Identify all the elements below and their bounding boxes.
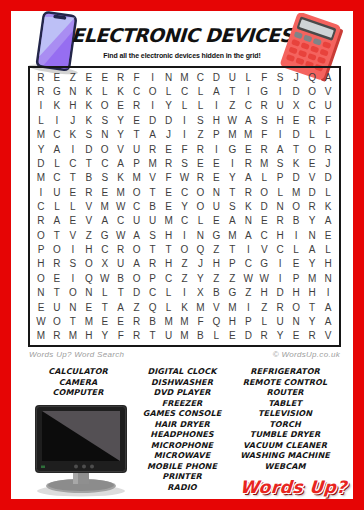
grid-cell: T <box>145 242 161 256</box>
grid-cell: E <box>97 314 113 328</box>
grid-cell: V <box>304 171 320 185</box>
grid-cell: O <box>33 228 49 242</box>
grid-cell: O <box>97 142 113 156</box>
grid-cell: R <box>161 156 177 170</box>
grid-cell: N <box>65 300 81 314</box>
grid-cell: O <box>65 286 81 300</box>
grid-cell: H <box>208 113 224 127</box>
grid-cell: J <box>192 257 208 271</box>
grid-cell: J <box>320 156 336 170</box>
grid-cell: H <box>208 257 224 271</box>
grid-cell: U <box>224 70 240 84</box>
grid-cell: L <box>192 214 208 228</box>
grid-cell: O <box>129 271 145 285</box>
grid-cell: W <box>113 228 129 242</box>
grid-cell: I <box>224 156 240 170</box>
grid-cell: K <box>65 127 81 141</box>
grid-cell: O <box>304 142 320 156</box>
grid-cell: E <box>208 214 224 228</box>
grid-cell: T <box>81 156 97 170</box>
grid-cell: F <box>129 70 145 84</box>
grid-cell: C <box>33 199 49 213</box>
grid-cell: E <box>288 113 304 127</box>
grid-cell: M <box>33 329 49 343</box>
grid-cell: R <box>129 99 145 113</box>
grid-cell: Y <box>113 127 129 141</box>
grid-cell: S <box>256 113 272 127</box>
grid-cell: I <box>272 127 288 141</box>
grid-cell: I <box>145 70 161 84</box>
grid-cell: C <box>177 214 193 228</box>
grid-cell: J <box>161 127 177 141</box>
grid-cell: T <box>224 185 240 199</box>
grid-cell: G <box>256 84 272 98</box>
grid-cell: P <box>145 271 161 285</box>
grid-cell: C <box>49 171 65 185</box>
word-list-item: WASHING MACHINE <box>220 451 350 462</box>
grid-cell: Z <box>177 257 193 271</box>
grid-cell: B <box>288 214 304 228</box>
grid-cell: D <box>81 142 97 156</box>
word-list-item: TELEVISION <box>220 409 350 420</box>
grid-cell: E <box>113 314 129 328</box>
grid-cell: X <box>288 99 304 113</box>
word-list-item: VACUUM CLEANER <box>220 441 350 452</box>
grid-cell: Z <box>208 271 224 285</box>
word-list-item: TORCH <box>220 420 350 431</box>
grid-cell: T <box>97 300 113 314</box>
grid-cell: K <box>288 156 304 170</box>
grid-cell: B <box>113 271 129 285</box>
grid-cell: I <box>33 185 49 199</box>
grid-cell: G <box>49 84 65 98</box>
grid-cell: W <box>113 199 129 213</box>
grid-cell: S <box>272 156 288 170</box>
grid-cell: E <box>49 70 65 84</box>
grid-cell: U <box>129 214 145 228</box>
word-grid: REZEERFINMCDULFSJQARGNKLKCOLCLATIGIDOVIK… <box>28 66 341 347</box>
grid-cell: W <box>33 314 49 328</box>
grid-cell: E <box>288 257 304 271</box>
grid-cell: L <box>320 242 336 256</box>
grid-cell: H <box>272 228 288 242</box>
grid-cell: L <box>320 185 336 199</box>
grid-cell: A <box>224 214 240 228</box>
grid-cell: Y <box>161 99 177 113</box>
grid-cell: K <box>49 99 65 113</box>
grid-cell: J <box>288 70 304 84</box>
grid-cell: I <box>272 84 288 98</box>
grid-cell: O <box>129 185 145 199</box>
grid-cell: H <box>81 242 97 256</box>
grid-cell: N <box>97 127 113 141</box>
grid-cell: H <box>256 286 272 300</box>
grid-cell: C <box>113 214 129 228</box>
grid-cell: N <box>65 84 81 98</box>
grid-cell: D <box>304 185 320 199</box>
grid-cell: Z <box>224 271 240 285</box>
grid-cell: R <box>256 142 272 156</box>
grid-cell: A <box>97 214 113 228</box>
grid-cell: C <box>49 127 65 141</box>
grid-cell: E <box>161 185 177 199</box>
grid-cell: C <box>97 156 113 170</box>
grid-cell: I <box>240 300 256 314</box>
grid-cell: O <box>288 199 304 213</box>
grid-cell: L <box>161 286 177 300</box>
grid-cell: S <box>97 113 113 127</box>
grid-cell: S <box>145 228 161 242</box>
grid-cell: V <box>81 214 97 228</box>
grid-cell: E <box>240 142 256 156</box>
grid-cell: R <box>33 70 49 84</box>
grid-cell: R <box>145 257 161 271</box>
grid-cell: U <box>272 314 288 328</box>
grid-cell: L <box>304 127 320 141</box>
grid-cell: E <box>97 185 113 199</box>
grid-cell: Y <box>113 113 129 127</box>
grid-cell: P <box>272 171 288 185</box>
grid-cell: A <box>240 228 256 242</box>
grid-cell: I <box>240 84 256 98</box>
grid-cell: C <box>304 99 320 113</box>
grid-cell: D <box>272 286 288 300</box>
grid-cell: L <box>240 70 256 84</box>
grid-cell: C <box>240 257 256 271</box>
grid-cell: N <box>33 286 49 300</box>
grid-cell: A <box>240 113 256 127</box>
grid-cell: R <box>129 329 145 343</box>
grid-cell: L <box>192 84 208 98</box>
grid-cell: H <box>33 257 49 271</box>
grid-cell: H <box>65 99 81 113</box>
grid-cell: E <box>65 214 81 228</box>
grid-cell: S <box>97 171 113 185</box>
grid-cell: S <box>81 127 97 141</box>
grid-cell: E <box>208 171 224 185</box>
grid-cell: M <box>177 70 193 84</box>
word-list-item: REFRIGERATOR <box>220 367 350 378</box>
grid-cell: I <box>240 242 256 256</box>
grid-cell: D <box>288 127 304 141</box>
grid-cell: A <box>113 156 129 170</box>
grid-cell: R <box>272 300 288 314</box>
grid-cell: O <box>304 84 320 98</box>
grid-cell: X <box>97 257 113 271</box>
grid-cell: A <box>129 257 145 271</box>
grid-cell: K <box>177 300 193 314</box>
grid-cell: U <box>129 142 145 156</box>
grid-cell: A <box>320 214 336 228</box>
grid-cell: T <box>304 300 320 314</box>
grid-cell: K <box>113 171 129 185</box>
grid-cell: I <box>177 113 193 127</box>
grid-cell: T <box>65 171 81 185</box>
grid-cell: M <box>240 127 256 141</box>
grid-cell: V <box>81 199 97 213</box>
grid-cell: Z <box>192 127 208 141</box>
grid-cell: O <box>145 84 161 98</box>
grid-cell: R <box>81 185 97 199</box>
grid-cell: Q <box>192 242 208 256</box>
grid-cell: A <box>304 242 320 256</box>
grid-cell: V <box>208 300 224 314</box>
grid-cell: R <box>192 142 208 156</box>
worksheet-page: ELECTRONIC DEVICES Find all the electron… <box>0 0 364 510</box>
grid-cell: T <box>49 228 65 242</box>
grid-cell: E <box>65 185 81 199</box>
grid-cell: G <box>97 228 113 242</box>
grid-cell: U <box>49 185 65 199</box>
grid-cell: C <box>129 199 145 213</box>
grid-cell: R <box>256 99 272 113</box>
grid-cell: D <box>288 171 304 185</box>
grid-cell: D <box>240 329 256 343</box>
grid-cell: C <box>97 242 113 256</box>
grid-cell: T <box>145 329 161 343</box>
grid-cell: N <box>192 228 208 242</box>
grid-cell: B <box>81 171 97 185</box>
grid-cell: T <box>65 314 81 328</box>
grid-cell: L <box>177 99 193 113</box>
grid-cell: V <box>256 242 272 256</box>
grid-cell: U <box>208 199 224 213</box>
grid-cell: T <box>113 286 129 300</box>
grid-cell: Q <box>208 314 224 328</box>
grid-cell: Z <box>256 300 272 314</box>
grid-cell: L <box>208 329 224 343</box>
word-list-item: TUMBLE DRYER <box>220 430 350 441</box>
grid-cell: K <box>81 99 97 113</box>
grid-cell: O <box>33 271 49 285</box>
grid-cell: Y <box>224 171 240 185</box>
grid-cell: U <box>161 329 177 343</box>
grid-cell: E <box>129 113 145 127</box>
grid-cell: E <box>161 142 177 156</box>
grid-cell: M <box>129 171 145 185</box>
grid-cell: H <box>320 257 336 271</box>
grid-cell: R <box>113 70 129 84</box>
grid-cell: G <box>256 257 272 271</box>
grid-cell: K <box>240 199 256 213</box>
grid-cell: N <box>208 185 224 199</box>
grid-cell: M <box>256 156 272 170</box>
grid-cell: I <box>177 286 193 300</box>
grid-cell: L <box>288 242 304 256</box>
grid-cell: R <box>145 142 161 156</box>
grid-cell: D <box>256 199 272 213</box>
grid-cell: V <box>65 228 81 242</box>
grid-cell: O <box>97 99 113 113</box>
grid-cell: D <box>161 113 177 127</box>
grid-cell: I <box>145 99 161 113</box>
grid-cell: I <box>288 228 304 242</box>
grid-cell: H <box>304 286 320 300</box>
grid-cell: T <box>49 286 65 300</box>
grid-cell: L <box>256 314 272 328</box>
grid-cell: H <box>272 113 288 127</box>
grid-cell: M <box>81 314 97 328</box>
grid-cell: E <box>113 99 129 113</box>
grid-cell: R <box>33 214 49 228</box>
grid-cell: P <box>288 271 304 285</box>
grid-cell: F <box>256 127 272 141</box>
grid-cell: C <box>272 242 288 256</box>
grid-cell: T <box>224 242 240 256</box>
grid-cell: O <box>49 314 65 328</box>
grid-cell: F <box>177 142 193 156</box>
grid-cell: M <box>224 127 240 141</box>
grid-cell: L <box>97 84 113 98</box>
grid-cell: Q <box>145 300 161 314</box>
grid-cell: Y <box>97 329 113 343</box>
grid-cell: K <box>81 84 97 98</box>
grid-cell: N <box>81 286 97 300</box>
grid-cell: C <box>240 99 256 113</box>
grid-cell: R <box>272 214 288 228</box>
grid-cell: R <box>240 156 256 170</box>
grid-cell: F <box>113 329 129 343</box>
grid-cell: A <box>49 214 65 228</box>
grid-cell: L <box>192 99 208 113</box>
grid-cell: L <box>97 286 113 300</box>
grid-cell: L <box>161 84 177 98</box>
grid-cell: M <box>145 156 161 170</box>
grid-cell: M <box>177 314 193 328</box>
grid-cell: S <box>65 257 81 271</box>
grid-cell: M <box>161 214 177 228</box>
grid-cell: M <box>33 171 49 185</box>
grid-cell: I <box>177 127 193 141</box>
grid-cell: P <box>240 314 256 328</box>
grid-cell: I <box>65 242 81 256</box>
grid-cell: I <box>208 142 224 156</box>
grid-cell: R <box>49 257 65 271</box>
grid-cell: K <box>113 84 129 98</box>
grid-cell: E <box>224 329 240 343</box>
grid-cell: Q <box>304 70 320 84</box>
grid-cell: M <box>304 271 320 285</box>
grid-cell: Y <box>272 329 288 343</box>
grid-cell: U <box>272 99 288 113</box>
grid-cell: O <box>49 242 65 256</box>
grid-cell: M <box>33 127 49 141</box>
credit-text: Words Up? Word Search <box>29 350 124 359</box>
grid-cell: Z <box>224 99 240 113</box>
grid-cell: L <box>49 156 65 170</box>
grid-cell: R <box>113 242 129 256</box>
word-list-column-3: REFRIGERATORREMOTE CONTROLROUTERTABLETTE… <box>220 367 350 472</box>
grid-cell: N <box>161 70 177 84</box>
grid-cell: T <box>288 142 304 156</box>
grid-cell: B <box>192 329 208 343</box>
grid-cell: P <box>224 257 240 271</box>
grid-cell: E <box>192 156 208 170</box>
grid-cell: L <box>49 199 65 213</box>
grid-cell: A <box>272 142 288 156</box>
grid-cell: Y <box>177 199 193 213</box>
grid-cell: O <box>192 185 208 199</box>
copyright-text: © WordsUp.co.uk <box>273 350 340 359</box>
grid-cell: I <box>49 113 65 127</box>
grid-cell: D <box>288 84 304 98</box>
grid-cell: A <box>145 127 161 141</box>
grid-cell: U <box>320 99 336 113</box>
grid-cell: L <box>161 300 177 314</box>
grid-cell: R <box>240 185 256 199</box>
grid-cell: A <box>113 300 129 314</box>
grid-cell: Y <box>33 142 49 156</box>
grid-cell: D <box>320 171 336 185</box>
grid-cell: W <box>240 271 256 285</box>
grid-cell: V <box>320 84 336 98</box>
grid-cell: M <box>288 185 304 199</box>
grid-cell: M <box>177 329 193 343</box>
grid-cell: R <box>304 113 320 127</box>
grid-cell: L <box>320 127 336 141</box>
grid-cell: N <box>304 228 320 242</box>
grid-cell: T <box>129 127 145 141</box>
word-list-item: TABLET <box>220 399 350 410</box>
grid-cell: Z <box>81 228 97 242</box>
grid-cell: V <box>113 142 129 156</box>
grid-cell: D <box>33 156 49 170</box>
word-list-item: WEBCAM <box>220 462 350 473</box>
grid-cell: V <box>320 329 336 343</box>
grid-cell: F <box>256 70 272 84</box>
grid-cell: K <box>320 199 336 213</box>
grid-cell: C <box>177 185 193 199</box>
grid-cell: T <box>224 84 240 98</box>
grid-cell: C <box>192 70 208 84</box>
grid-cell: R <box>192 171 208 185</box>
grid-cell: A <box>320 300 336 314</box>
grid-cell: U <box>49 300 65 314</box>
grid-cell: H <box>161 228 177 242</box>
grid-cell: F <box>320 113 336 127</box>
grid-cell: E <box>304 156 320 170</box>
grid-cell: O <box>288 300 304 314</box>
grid-cell: C <box>177 84 193 98</box>
grid-cell: C <box>65 156 81 170</box>
grid-cell: N <box>288 314 304 328</box>
grid-cell: L <box>256 171 272 185</box>
grid-cell: O <box>177 242 193 256</box>
grid-cell: F <box>192 314 208 328</box>
grid-cell: N <box>272 199 288 213</box>
grid-cell: M <box>65 329 81 343</box>
grid-cell: S <box>272 70 288 84</box>
grid-cell: W <box>97 271 113 285</box>
grid-cell: H <box>224 314 240 328</box>
grid-cell: M <box>192 300 208 314</box>
grid-cell: A <box>320 70 336 84</box>
grid-cell: I <box>272 257 288 271</box>
word-list-item: PRINTER <box>117 472 247 483</box>
grid-cell: N <box>320 271 336 285</box>
grid-cell: O <box>81 257 97 271</box>
grid-cell: E <box>161 199 177 213</box>
grid-cell: Z <box>129 300 145 314</box>
grid-cell: R <box>33 84 49 98</box>
grid-cell: C <box>129 84 145 98</box>
grid-cell: S <box>224 199 240 213</box>
grid-cell: C <box>256 228 272 242</box>
grid-cell: Z <box>240 286 256 300</box>
grid-cell: G <box>208 228 224 242</box>
grid-cell: E <box>320 228 336 242</box>
grid-cell: R <box>256 329 272 343</box>
